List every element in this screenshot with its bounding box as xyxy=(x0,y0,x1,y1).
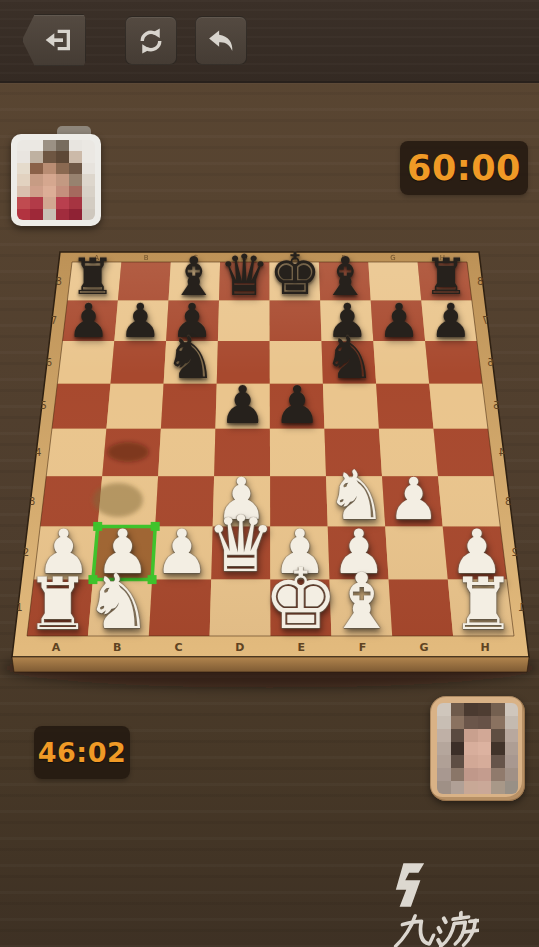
avatar-pixel xyxy=(464,781,478,794)
board-coordinate-label: 2 xyxy=(23,547,29,558)
avatar-pixel xyxy=(451,703,465,716)
avatar-pixel xyxy=(478,755,492,768)
piece-black-king-e8[interactable]: ♚ xyxy=(269,246,321,304)
avatar-pixel xyxy=(451,729,465,742)
avatar-pixel xyxy=(505,729,519,742)
piece-white-bishop-f1[interactable]: ♝ xyxy=(327,563,396,640)
piece-black-knight-c6[interactable]: ♞ xyxy=(164,329,216,387)
piece-black-queen-d8[interactable]: ♛ xyxy=(219,247,270,304)
avatar-pixel xyxy=(505,755,519,768)
avatar-pixel xyxy=(491,729,505,742)
avatar-pixel xyxy=(505,781,519,794)
avatar-pixel xyxy=(491,781,505,794)
avatar-pixel xyxy=(437,703,451,716)
avatar-pixel xyxy=(505,768,519,781)
avatar-pixel xyxy=(437,755,451,768)
board-stain-light xyxy=(93,483,143,517)
avatar-pixel xyxy=(464,755,478,768)
avatar-pixel xyxy=(491,742,505,755)
piece-black-pawn-g7[interactable]: ♟ xyxy=(378,296,420,343)
board-coordinate-label: 6 xyxy=(46,357,52,368)
board-coordinate-label: G xyxy=(390,254,395,262)
avatar-pixel xyxy=(491,755,505,768)
avatar-pixel xyxy=(451,716,465,729)
board-coordinate-label: B xyxy=(144,254,149,262)
avatar-pixel xyxy=(464,768,478,781)
piece-white-pawn-c2[interactable]: ♟ xyxy=(154,521,209,582)
white-clock: 46:02 xyxy=(34,726,130,779)
watermark: 九游 xyxy=(393,862,518,914)
avatar-pixel xyxy=(437,742,451,755)
avatar-pixel xyxy=(491,716,505,729)
avatar-pixel xyxy=(464,703,478,716)
avatar-pixel xyxy=(464,742,478,755)
piece-white-knight-b1[interactable]: ♞ xyxy=(85,564,153,640)
avatar-pixel xyxy=(505,703,519,716)
game-screen: 60:00 ABCDEFGHABCDEFGH8877665544332211 ♜… xyxy=(0,0,539,947)
board-coordinate-label: 5 xyxy=(493,400,499,411)
piece-black-pawn-e5[interactable]: ♟ xyxy=(274,379,321,431)
piece-black-pawn-h7[interactable]: ♟ xyxy=(430,296,472,343)
board-coordinate-label: G xyxy=(419,641,428,654)
player-avatar-photo xyxy=(437,703,518,794)
board-coordinate-label: 6 xyxy=(487,357,493,368)
board-coordinate-label: 7 xyxy=(482,315,488,326)
piece-black-knight-f6[interactable]: ♞ xyxy=(323,329,375,387)
avatar-pixel xyxy=(505,742,519,755)
avatar-pixel xyxy=(478,781,492,794)
board-coordinate-label: D xyxy=(235,641,244,654)
avatar-pixel xyxy=(478,716,492,729)
avatar-pixel xyxy=(451,755,465,768)
avatar-pixel xyxy=(505,716,519,729)
avatar-pixel xyxy=(491,768,505,781)
board-coordinate-label: 4 xyxy=(499,447,505,458)
board-coordinate-label: 2 xyxy=(511,547,517,558)
avatar-pixel xyxy=(478,768,492,781)
piece-black-pawn-b7[interactable]: ♟ xyxy=(119,296,161,343)
board-coordinate-label: 5 xyxy=(41,400,47,411)
nine-games-logo-icon xyxy=(393,862,427,908)
avatar-pixel xyxy=(451,742,465,755)
board-coordinate-label: 8 xyxy=(477,276,483,287)
chess-board: ABCDEFGHABCDEFGH8877665544332211 xyxy=(0,0,539,947)
avatar-pixel xyxy=(464,716,478,729)
piece-black-pawn-d5[interactable]: ♟ xyxy=(219,379,266,431)
avatar-pixel xyxy=(451,781,465,794)
piece-white-pawn-g3[interactable]: ♟ xyxy=(388,471,440,529)
board-coordinate-label: 4 xyxy=(35,447,41,458)
nine-games-logo-text xyxy=(393,908,479,947)
board-stain-dark xyxy=(107,442,149,462)
board-coordinate-label: 1 xyxy=(16,602,22,613)
board-coordinate-label: 1 xyxy=(518,602,524,613)
board-coordinate-label: 3 xyxy=(505,496,511,507)
avatar-pixel xyxy=(478,742,492,755)
avatar-pixel xyxy=(478,703,492,716)
avatar-pixel xyxy=(437,716,451,729)
piece-white-rook-a1[interactable]: ♜ xyxy=(26,568,91,640)
avatar-pixel xyxy=(437,729,451,742)
board-coordinate-label: 7 xyxy=(51,315,57,326)
board-coordinate-label: C xyxy=(174,641,182,654)
avatar-pixel xyxy=(437,781,451,794)
avatar-pixel xyxy=(478,729,492,742)
avatar-pixel xyxy=(437,768,451,781)
board-coordinate-label: 8 xyxy=(56,276,62,287)
avatar-pixel xyxy=(491,703,505,716)
avatar-pixel xyxy=(464,729,478,742)
player-avatar xyxy=(430,696,525,801)
board-coordinate-label: 3 xyxy=(29,496,35,507)
piece-white-rook-h1[interactable]: ♜ xyxy=(451,568,516,640)
piece-black-pawn-a7[interactable]: ♟ xyxy=(68,296,110,343)
avatar-pixel xyxy=(451,768,465,781)
board-front-edge xyxy=(12,657,529,672)
